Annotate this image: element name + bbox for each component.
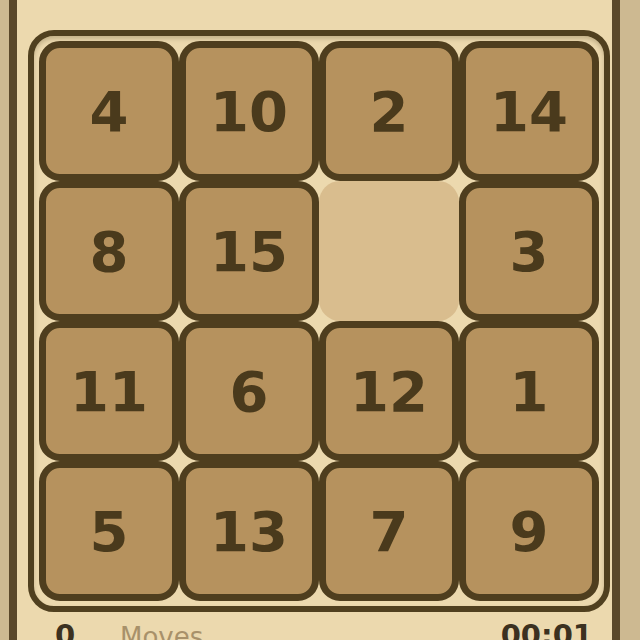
moves-count: 0 <box>55 618 75 640</box>
tile-4[interactable]: 4 <box>39 41 179 181</box>
timer-value: 00:01 <box>501 618 593 640</box>
puzzle-board: 410214815311612151379 <box>28 30 610 612</box>
tile-5[interactable]: 5 <box>39 461 179 601</box>
tile-12[interactable]: 12 <box>319 321 459 461</box>
tile-3[interactable]: 3 <box>459 181 599 321</box>
tile-7[interactable]: 7 <box>319 461 459 601</box>
empty-cell <box>319 181 459 321</box>
tile-11[interactable]: 11 <box>39 321 179 461</box>
tile-9[interactable]: 9 <box>459 461 599 601</box>
tile-2[interactable]: 2 <box>319 41 459 181</box>
tile-13[interactable]: 13 <box>179 461 319 601</box>
tile-14[interactable]: 14 <box>459 41 599 181</box>
tile-grid: 410214815311612151379 <box>39 41 599 601</box>
tile-6[interactable]: 6 <box>179 321 319 461</box>
tile-15[interactable]: 15 <box>179 181 319 321</box>
tile-10[interactable]: 10 <box>179 41 319 181</box>
tile-1[interactable]: 1 <box>459 321 599 461</box>
tile-8[interactable]: 8 <box>39 181 179 321</box>
moves-label: Moves <box>120 622 203 640</box>
